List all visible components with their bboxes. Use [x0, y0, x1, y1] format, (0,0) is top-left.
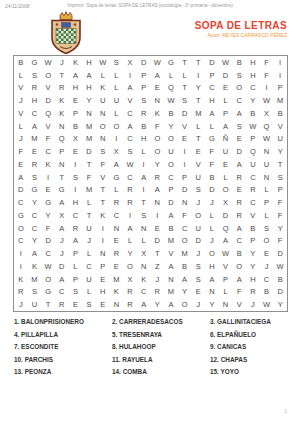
grid-cell: Y [123, 247, 137, 260]
grid-cell: S [123, 145, 137, 158]
grid-cell: S [191, 260, 205, 273]
grid-cell: V [232, 298, 246, 311]
grid-cell: J [191, 196, 205, 209]
grid-cell: F [41, 133, 55, 146]
grid-cell: B [14, 56, 28, 69]
grid-cell: D [205, 56, 219, 69]
word-search-grid: BGWJKHWSXDWGTTDWBHFILSOTAALLIPALLIPDSHFI… [13, 55, 288, 312]
grid-cell: E [96, 298, 110, 311]
grid-cell: C [205, 82, 219, 95]
grid-cell: N [96, 107, 110, 120]
grid-cell: C [123, 107, 137, 120]
grid-cell: E [191, 145, 205, 158]
grid-cell: M [82, 133, 96, 146]
grid-cell: N [150, 196, 164, 209]
grid-cell: H [246, 69, 260, 82]
grid-cell: A [205, 107, 219, 120]
grid-cell: E [178, 133, 192, 146]
grid-cell: P [178, 171, 192, 184]
grid-cell: H [246, 273, 260, 286]
grid-cell: E [232, 133, 246, 146]
grid-cell: P [246, 133, 260, 146]
grid-cell: O [219, 184, 233, 197]
grid-cell: B [69, 120, 83, 133]
grid-cell: O [164, 158, 178, 171]
author-name: REYES CARRASCO PÉREZ [222, 32, 287, 38]
word-list-item: 12. CHAPAS [210, 356, 288, 363]
grid-cell: Y [150, 298, 164, 311]
grid-cell: A [232, 273, 246, 286]
grid-cell: X [137, 247, 151, 260]
grid-cell: A [137, 298, 151, 311]
grid-cell: L [110, 82, 124, 95]
grid-cell: L [205, 222, 219, 235]
grid-cell: C [246, 171, 260, 184]
grid-cell: S [137, 94, 151, 107]
grid-cell: D [191, 235, 205, 248]
word-list-item: 7. ESCONDITE [14, 343, 112, 350]
grid-cell: F [260, 69, 274, 82]
grid-cell: S [260, 222, 274, 235]
grid-cell: A [232, 107, 246, 120]
grid-cell: R [123, 196, 137, 209]
grid-cell: F [150, 120, 164, 133]
grid-cell: D [178, 107, 192, 120]
grid-cell: U [96, 94, 110, 107]
grid-cell: G [55, 184, 69, 197]
grid-cell: Y [205, 298, 219, 311]
grid-cell: R [110, 247, 124, 260]
grid-cell: T [191, 133, 205, 146]
printed-page: 24/11/2008 Imprimir: Sopa de letras: SOP… [0, 0, 300, 425]
grid-cell: T [273, 158, 287, 171]
grid-cell: J [14, 298, 28, 311]
grid-cell: O [150, 145, 164, 158]
grid-cell: L [110, 107, 124, 120]
grid-cell: M [110, 273, 124, 286]
grid-cell: P [69, 247, 83, 260]
grid-cell: D [164, 196, 178, 209]
grid-cell: G [28, 56, 42, 69]
grid-cell: L [82, 196, 96, 209]
grid-cell: F [260, 56, 274, 69]
grid-cell: C [41, 145, 55, 158]
grid-cell: C [260, 273, 274, 286]
grid-cell: W [123, 158, 137, 171]
grid-cell: R [14, 286, 28, 299]
grid-cell: N [178, 196, 192, 209]
grid-cell: T [82, 209, 96, 222]
grid-cell: K [110, 286, 124, 299]
grid-cell: L [110, 69, 124, 82]
grid-cell: S [28, 171, 42, 184]
grid-cell: S [273, 171, 287, 184]
grid-cell: F [273, 196, 287, 209]
grid-cell: I [137, 158, 151, 171]
page-number: 1 [284, 408, 287, 414]
grid-cell: R [28, 82, 42, 95]
grid-cell: U [260, 158, 274, 171]
grid-cell: A [14, 171, 28, 184]
grid-cell: L [205, 120, 219, 133]
grid-cell: N [96, 247, 110, 260]
grid-cell: U [82, 222, 96, 235]
grid-cell: Q [260, 120, 274, 133]
grid-cell: R [137, 107, 151, 120]
grid-cell: A [28, 247, 42, 260]
grid-cell: Y [246, 260, 260, 273]
grid-cell: W [96, 56, 110, 69]
grid-cell: V [123, 94, 137, 107]
grid-cell: R [28, 158, 42, 171]
grid-cell: G [14, 209, 28, 222]
grid-cell: J [191, 247, 205, 260]
grid-cell: P [205, 69, 219, 82]
grid-cell: P [260, 196, 274, 209]
grid-cell: E [96, 273, 110, 286]
grid-cell: K [96, 82, 110, 95]
grid-cell: K [41, 158, 55, 171]
grid-cell: T [41, 298, 55, 311]
word-list-item: 13. PEONZA [14, 368, 112, 375]
grid-cell: F [178, 209, 192, 222]
grid-cell: Q [164, 82, 178, 95]
grid-cell: O [41, 273, 55, 286]
grid-cell: A [82, 69, 96, 82]
grid-cell: L [260, 209, 274, 222]
grid-cell: H [69, 82, 83, 95]
grid-cell: O [232, 82, 246, 95]
grid-cell: S [191, 273, 205, 286]
grid-cell: U [246, 158, 260, 171]
grid-cell: L [191, 120, 205, 133]
grid-cell: L [137, 145, 151, 158]
grid-cell: V [41, 120, 55, 133]
grid-cell: T [55, 69, 69, 82]
grid-cell: B [178, 260, 192, 273]
grid-cell: I [273, 69, 287, 82]
grid-cell: B [205, 171, 219, 184]
grid-cell: T [178, 56, 192, 69]
grid-cell: V [96, 171, 110, 184]
grid-cell: H [205, 260, 219, 273]
grid-cell: A [110, 158, 124, 171]
school-crest-logo [47, 11, 85, 56]
grid-cell: Q [55, 133, 69, 146]
grid-cell: C [123, 171, 137, 184]
crest-icon [47, 11, 85, 56]
grid-cell: I [191, 69, 205, 82]
grid-cell: E [191, 286, 205, 299]
grid-cell: R [246, 286, 260, 299]
grid-cell: S [69, 286, 83, 299]
grid-cell: D [150, 235, 164, 248]
grid-cell: V [178, 120, 192, 133]
grid-cell: I [178, 158, 192, 171]
grid-cell: R [55, 298, 69, 311]
grid-cell: D [273, 286, 287, 299]
grid-cell: X [69, 133, 83, 146]
grid-cell: W [219, 247, 233, 260]
grid-cell: A [205, 273, 219, 286]
grid-cell: E [41, 184, 55, 197]
grid-cell: C [246, 82, 260, 95]
grid-cell: C [41, 247, 55, 260]
grid-cell: D [82, 145, 96, 158]
grid-cell: F [273, 235, 287, 248]
grid-cell: F [205, 145, 219, 158]
grid-cell: H [137, 133, 151, 146]
grid-cell: M [273, 94, 287, 107]
grid-cell: C [69, 209, 83, 222]
grid-cell: Y [191, 82, 205, 95]
grid-cell: N [137, 222, 151, 235]
grid-cell: I [123, 69, 137, 82]
grid-cell: X [123, 273, 137, 286]
grid-cell: N [82, 107, 96, 120]
grid-cell: C [246, 196, 260, 209]
grid-cell: M [28, 273, 42, 286]
grid-cell: P [96, 260, 110, 273]
grid-cell: H [205, 94, 219, 107]
grid-cell: A [150, 184, 164, 197]
grid-cell: O [164, 133, 178, 146]
grid-cell: U [191, 222, 205, 235]
grid-cell: T [191, 94, 205, 107]
grid-cell: O [110, 120, 124, 133]
grid-cell: P [273, 82, 287, 95]
grid-cell: E [69, 298, 83, 311]
grid-cell: A [164, 298, 178, 311]
grid-cell: G [41, 196, 55, 209]
grid-cell: L [96, 69, 110, 82]
grid-cell: T [55, 171, 69, 184]
grid-cell: K [96, 209, 110, 222]
grid-cell: E [28, 145, 42, 158]
grid-cell: B [232, 247, 246, 260]
grid-cell: R [55, 82, 69, 95]
grid-cell: I [96, 235, 110, 248]
grid-cell: N [55, 120, 69, 133]
grid-cell: R [150, 171, 164, 184]
grid-cell: A [55, 273, 69, 286]
grid-cell: L [69, 260, 83, 273]
grid-cell: A [69, 235, 83, 248]
word-list-item: 2. CARRERADESACOS [112, 318, 210, 325]
grid-cell: L [82, 247, 96, 260]
grid-cell: P [246, 235, 260, 248]
grid-cell: T [82, 158, 96, 171]
grid-cell: V [246, 209, 260, 222]
grid-cell: K [28, 260, 42, 273]
grid-cell: S [232, 69, 246, 82]
grid-cell: I [123, 209, 137, 222]
grid-cell: P [164, 184, 178, 197]
grid-cell: N [205, 286, 219, 299]
grid-cell: N [219, 298, 233, 311]
grid-cell: J [55, 247, 69, 260]
grid-cell: Y [178, 286, 192, 299]
grid-cell: H [246, 56, 260, 69]
grid-cell: A [164, 260, 178, 273]
grid-cell: T [191, 56, 205, 69]
grid-cell: A [55, 222, 69, 235]
grid-cell: A [219, 235, 233, 248]
grid-cell: C [232, 235, 246, 248]
word-list-item: 10. PARCHIS [14, 356, 112, 363]
grid-cell: I [96, 222, 110, 235]
grid-cell: K [150, 107, 164, 120]
grid-cell: P [137, 69, 151, 82]
grid-cell: J [191, 298, 205, 311]
grid-cell: S [191, 184, 205, 197]
grid-cell: D [41, 235, 55, 248]
grid-cell: L [260, 184, 274, 197]
word-list-item: 3. GALLINITACIEGA [210, 318, 288, 325]
grid-cell: G [41, 286, 55, 299]
grid-cell: A [232, 158, 246, 171]
grid-cell: R [123, 184, 137, 197]
grid-cell: Y [273, 298, 287, 311]
grid-cell: I [178, 145, 192, 158]
grid-cell: O [205, 247, 219, 260]
grid-cell: Q [246, 145, 260, 158]
grid-cell: B [164, 107, 178, 120]
grid-cell: D [205, 184, 219, 197]
grid-cell: P [69, 273, 83, 286]
grid-cell: R [123, 286, 137, 299]
grid-cell: L [219, 171, 233, 184]
grid-cell: D [55, 260, 69, 273]
grid-cell: P [273, 184, 287, 197]
grid-cell: D [137, 56, 151, 69]
grid-cell: C [164, 171, 178, 184]
grid-cell: L [14, 69, 28, 82]
grid-cell: R [232, 171, 246, 184]
grid-cell: L [205, 209, 219, 222]
grid-cell: N [260, 171, 274, 184]
grid-cell: V [219, 260, 233, 273]
grid-cell: J [14, 133, 28, 146]
grid-cell: Y [273, 145, 287, 158]
grid-cell: W [41, 260, 55, 273]
grid-cell: V [14, 82, 28, 95]
grid-cell: D [273, 247, 287, 260]
grid-cell: S [232, 120, 246, 133]
grid-cell: E [260, 247, 274, 260]
grid-cell: S [28, 286, 42, 299]
grid-cell: K [14, 273, 28, 286]
grid-cell: A [137, 171, 151, 184]
grid-cell: T [150, 247, 164, 260]
grid-cell: Y [150, 158, 164, 171]
grid-cell: K [137, 273, 151, 286]
grid-cell: C [14, 196, 28, 209]
grid-cell: C [55, 286, 69, 299]
grid-cell: J [205, 196, 219, 209]
grid-cell: C [28, 209, 42, 222]
grid-cell: A [123, 120, 137, 133]
grid-cell: N [110, 298, 124, 311]
grid-cell: W [260, 94, 274, 107]
grid-cell: S [137, 209, 151, 222]
grid-cell: T [96, 196, 110, 209]
grid-cell: V [191, 158, 205, 171]
grid-cell: J [150, 273, 164, 286]
grid-cell: K [69, 56, 83, 69]
grid-cell: R [150, 286, 164, 299]
grid-cell: B [246, 107, 260, 120]
grid-cell: Y [28, 196, 42, 209]
grid-cell: V [41, 82, 55, 95]
grid-cell: U [82, 273, 96, 286]
grid-cell: S [82, 298, 96, 311]
grid-cell: W [41, 56, 55, 69]
grid-cell: O [178, 298, 192, 311]
grid-cell: R [232, 209, 246, 222]
grid-cell: E [69, 94, 83, 107]
grid-cell: L [82, 286, 96, 299]
grid-cell: I [273, 56, 287, 69]
grid-cell: I [110, 133, 124, 146]
grid-cell: C [28, 107, 42, 120]
grid-cell: I [14, 247, 28, 260]
grid-cell: A [28, 120, 42, 133]
grid-cell: G [28, 184, 42, 197]
grid-cell: B [260, 286, 274, 299]
grid-cell: I [260, 82, 274, 95]
grid-cell: R [232, 196, 246, 209]
grid-cell: Y [273, 222, 287, 235]
grid-cell: Q [41, 107, 55, 120]
grid-cell: X [55, 209, 69, 222]
author-label: Autor: [208, 32, 221, 38]
grid-cell: A [69, 69, 83, 82]
grid-cell: T [178, 82, 192, 95]
grid-cell: E [14, 158, 28, 171]
grid-cell: Y [246, 247, 260, 260]
grid-cell: I [69, 184, 83, 197]
grid-cell: H [82, 56, 96, 69]
grid-cell: U [273, 133, 287, 146]
grid-cell: M [178, 247, 192, 260]
grid-cell: G [110, 171, 124, 184]
grid-cell: C [82, 260, 96, 273]
grid-cell: O [260, 235, 274, 248]
grid-cell: B [232, 56, 246, 69]
grid-cell: S [110, 56, 124, 69]
grid-cell: U [164, 145, 178, 158]
grid-cell: U [191, 171, 205, 184]
grid-cell: T [137, 196, 151, 209]
grid-cell: X [123, 56, 137, 69]
grid-cell: N [150, 94, 164, 107]
grid-cell: B [164, 222, 178, 235]
grid-cell: G [205, 133, 219, 146]
grid-cell: T [96, 184, 110, 197]
grid-cell: O [96, 120, 110, 133]
grid-cell: C [137, 286, 151, 299]
grid-cell: J [205, 235, 219, 248]
grid-cell: Y [41, 209, 55, 222]
grid-cell: H [82, 82, 96, 95]
grid-cell: V [273, 120, 287, 133]
grid-cell: P [219, 107, 233, 120]
grid-cell: L [178, 69, 192, 82]
grid-cell: E [110, 235, 124, 248]
word-list-item: 11. RAYUELA [112, 356, 210, 363]
grid-cell: X [219, 196, 233, 209]
